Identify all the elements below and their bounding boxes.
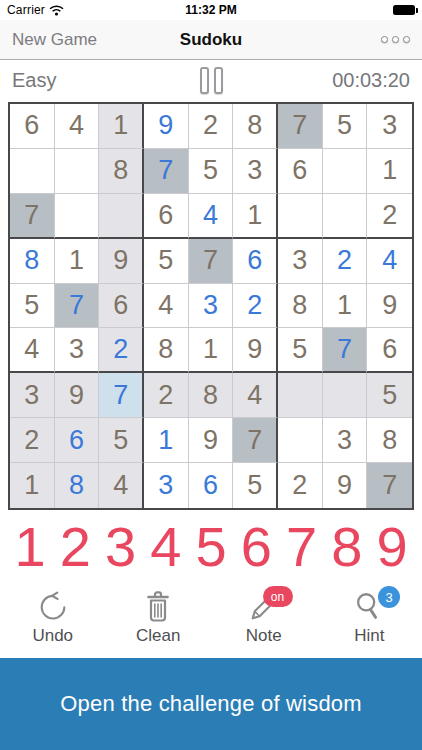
numpad-4[interactable]: 4 [144,519,188,575]
cell-r8c2[interactable]: 6 [55,418,100,463]
cell-r4c3[interactable]: 9 [99,239,144,284]
cell-r7c6[interactable]: 4 [233,373,278,418]
cell-r3c4[interactable]: 6 [144,194,189,239]
cell-r2c2[interactable] [55,149,100,194]
toolbar: Undo Clean on Note 3 [0,586,422,654]
cell-r6c7[interactable]: 5 [278,328,323,373]
cell-r1c2[interactable]: 4 [55,104,100,149]
cell-r9c4[interactable]: 3 [144,463,189,508]
note-label: Note [246,626,282,646]
navigation-bar: New Game Sudoku [0,20,422,60]
pause-icon [214,67,223,94]
undo-label: Undo [32,626,73,646]
cell-r7c3[interactable]: 7 [99,373,144,418]
cell-r6c2[interactable]: 3 [55,328,100,373]
cell-r5c6[interactable]: 2 [233,284,278,329]
cell-r9c7[interactable]: 2 [278,463,323,508]
cell-r5c1[interactable]: 5 [10,284,55,329]
cell-r2c5[interactable]: 5 [189,149,234,194]
battery-icon [393,5,415,15]
numpad-2[interactable]: 2 [53,519,97,575]
cell-r4c1[interactable]: 8 [10,239,55,284]
game-info-bar: Easy 00:03:20 [0,60,422,100]
cell-r8c6[interactable]: 7 [233,418,278,463]
cell-r3c7[interactable] [278,194,323,239]
wifi-icon [49,5,64,16]
pause-icon [200,67,209,94]
cell-r2c9[interactable]: 1 [367,149,412,194]
cell-r5c3[interactable]: 6 [99,284,144,329]
cell-r9c6[interactable]: 5 [233,463,278,508]
cell-r4c5[interactable]: 7 [189,239,234,284]
cell-r9c8[interactable]: 9 [323,463,368,508]
hint-label: Hint [354,626,384,646]
cell-r9c3[interactable]: 4 [99,463,144,508]
cell-r1c6[interactable]: 8 [233,104,278,149]
pause-button[interactable] [132,67,290,94]
note-on-badge: on [263,586,293,607]
cell-r6c8[interactable]: 7 [323,328,368,373]
cell-r9c5[interactable]: 6 [189,463,234,508]
menu-circle-icon [392,36,399,43]
sudoku-board: 6419287538753617641281957632457643281943… [8,102,414,510]
new-game-button[interactable]: New Game [12,30,142,50]
cell-r7c4[interactable]: 2 [144,373,189,418]
numpad-8[interactable]: 8 [325,519,369,575]
cell-r3c1[interactable]: 7 [10,194,55,239]
cell-r3c3[interactable] [99,194,144,239]
promo-banner-text: Open the challenge of wisdom [60,691,362,717]
cell-r4c7[interactable]: 3 [278,239,323,284]
cell-r4c4[interactable]: 5 [144,239,189,284]
menu-circle-icon [381,36,388,43]
cell-r8c5[interactable]: 9 [189,418,234,463]
numpad-5[interactable]: 5 [189,519,233,575]
cell-r1c3[interactable]: 1 [99,104,144,149]
cell-r5c7[interactable]: 8 [278,284,323,329]
cell-r7c9[interactable]: 5 [367,373,412,418]
cell-r2c7[interactable]: 6 [278,149,323,194]
cell-r2c6[interactable]: 3 [233,149,278,194]
cell-r5c5[interactable]: 3 [189,284,234,329]
cell-r1c8[interactable]: 5 [323,104,368,149]
cell-r8c1[interactable]: 2 [10,418,55,463]
menu-button[interactable] [280,36,410,43]
cell-r6c4[interactable]: 8 [144,328,189,373]
cell-r4c2[interactable]: 1 [55,239,100,284]
hint-button[interactable]: 3 Hint [317,586,422,654]
cell-r7c8[interactable] [323,373,368,418]
status-bar: Carrier 11:32 PM [0,0,422,20]
clean-button[interactable]: Clean [106,586,212,654]
trash-icon [142,588,174,626]
page-title: Sudoku [142,30,280,50]
hint-count-badge: 3 [378,586,400,608]
cell-r5c4[interactable]: 4 [144,284,189,329]
cell-r8c8[interactable]: 3 [323,418,368,463]
clean-label: Clean [136,626,180,646]
cell-r3c2[interactable] [55,194,100,239]
cell-r8c4[interactable]: 1 [144,418,189,463]
note-button[interactable]: on Note [211,586,317,654]
cell-r3c5[interactable]: 4 [189,194,234,239]
cell-r2c8[interactable] [323,149,368,194]
cell-r5c9[interactable]: 9 [367,284,412,329]
cell-r2c1[interactable] [10,149,55,194]
cell-r8c9[interactable]: 8 [367,418,412,463]
numpad-9[interactable]: 9 [370,519,414,575]
cell-r1c5[interactable]: 2 [189,104,234,149]
cell-r2c4[interactable]: 7 [144,149,189,194]
cell-r5c2[interactable]: 7 [55,284,100,329]
numpad-6[interactable]: 6 [234,519,278,575]
cell-r1c4[interactable]: 9 [144,104,189,149]
cell-r6c6[interactable]: 9 [233,328,278,373]
cell-r4c6[interactable]: 6 [233,239,278,284]
cell-r3c6[interactable]: 1 [233,194,278,239]
cell-r9c2[interactable]: 8 [55,463,100,508]
cell-r7c5[interactable]: 8 [189,373,234,418]
undo-button[interactable]: Undo [0,586,106,654]
cell-r3c8[interactable] [323,194,368,239]
cell-r7c1[interactable]: 3 [10,373,55,418]
promo-banner[interactable]: Open the challenge of wisdom [0,658,422,750]
difficulty-label: Easy [12,69,132,92]
cell-r8c3[interactable]: 5 [99,418,144,463]
cell-r6c5[interactable]: 1 [189,328,234,373]
number-pad: 123456789 [0,510,422,584]
numpad-7[interactable]: 7 [280,519,324,575]
cell-r1c1[interactable]: 6 [10,104,55,149]
cell-r4c9[interactable]: 4 [367,239,412,284]
undo-rotate-icon [36,588,70,626]
numpad-1[interactable]: 1 [8,519,52,575]
cell-r1c7[interactable]: 7 [278,104,323,149]
cell-r4c8[interactable]: 2 [323,239,368,284]
cell-r6c3[interactable]: 2 [99,328,144,373]
cell-r2c3[interactable]: 8 [99,149,144,194]
carrier-label: Carrier [7,3,45,17]
cell-r3c9[interactable]: 2 [367,194,412,239]
clock-time: 11:32 PM [131,3,291,17]
cell-r9c9[interactable]: 7 [367,463,412,508]
cell-r1c9[interactable]: 3 [367,104,412,149]
cell-r6c1[interactable]: 4 [10,328,55,373]
cell-r5c8[interactable]: 1 [323,284,368,329]
cell-r7c7[interactable] [278,373,323,418]
timer-value: 00:03:20 [290,69,410,92]
cell-r6c9[interactable]: 6 [367,328,412,373]
menu-circle-icon [403,36,410,43]
numpad-3[interactable]: 3 [99,519,143,575]
cell-r9c1[interactable]: 1 [10,463,55,508]
cell-r8c7[interactable] [278,418,323,463]
cell-r7c2[interactable]: 9 [55,373,100,418]
